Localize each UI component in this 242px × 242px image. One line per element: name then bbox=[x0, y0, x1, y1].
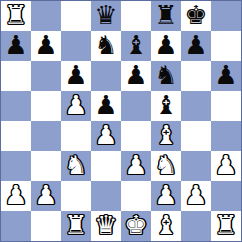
white-bishop[interactable]: ♝ bbox=[154, 212, 177, 238]
square-e3[interactable]: ♟ bbox=[121, 151, 151, 181]
square-a1[interactable] bbox=[1, 211, 31, 241]
square-c3[interactable]: ♞ bbox=[61, 151, 91, 181]
black-knight[interactable]: ♞ bbox=[154, 62, 177, 88]
black-bishop[interactable]: ♝ bbox=[154, 92, 177, 118]
square-h1[interactable]: ♜ bbox=[211, 211, 241, 241]
square-b8[interactable] bbox=[31, 1, 61, 31]
square-g5[interactable] bbox=[181, 91, 211, 121]
square-d4[interactable]: ♟ bbox=[91, 121, 121, 151]
white-bishop[interactable]: ♝ bbox=[154, 122, 177, 148]
black-pawn[interactable]: ♟ bbox=[94, 92, 117, 118]
black-knight[interactable]: ♞ bbox=[94, 32, 117, 58]
square-h3[interactable]: ♟ bbox=[211, 151, 241, 181]
white-pawn[interactable]: ♟ bbox=[154, 182, 177, 208]
square-d6[interactable] bbox=[91, 61, 121, 91]
black-pawn[interactable]: ♟ bbox=[124, 62, 147, 88]
square-e8[interactable] bbox=[121, 1, 151, 31]
black-pawn[interactable]: ♟ bbox=[64, 62, 87, 88]
square-a7[interactable]: ♟ bbox=[1, 31, 31, 61]
white-rook[interactable]: ♜ bbox=[4, 2, 27, 28]
square-b6[interactable] bbox=[31, 61, 61, 91]
square-f2[interactable]: ♟ bbox=[151, 181, 181, 211]
white-pawn[interactable]: ♟ bbox=[34, 182, 57, 208]
white-rook[interactable]: ♜ bbox=[64, 212, 87, 238]
square-g6[interactable] bbox=[181, 61, 211, 91]
white-king[interactable]: ♚ bbox=[124, 212, 147, 238]
square-h5[interactable] bbox=[211, 91, 241, 121]
square-h2[interactable] bbox=[211, 181, 241, 211]
black-pawn[interactable]: ♟ bbox=[154, 32, 177, 58]
square-d2[interactable] bbox=[91, 181, 121, 211]
square-h6[interactable]: ♟ bbox=[211, 61, 241, 91]
square-d5[interactable]: ♟ bbox=[91, 91, 121, 121]
square-g1[interactable] bbox=[181, 211, 211, 241]
square-d7[interactable]: ♞ bbox=[91, 31, 121, 61]
square-d8[interactable]: ♛ bbox=[91, 1, 121, 31]
square-f4[interactable]: ♝ bbox=[151, 121, 181, 151]
square-b2[interactable]: ♟ bbox=[31, 181, 61, 211]
square-b7[interactable]: ♟ bbox=[31, 31, 61, 61]
square-e6[interactable]: ♟ bbox=[121, 61, 151, 91]
black-pawn[interactable]: ♟ bbox=[214, 62, 237, 88]
square-c7[interactable] bbox=[61, 31, 91, 61]
square-g4[interactable] bbox=[181, 121, 211, 151]
square-f5[interactable]: ♝ bbox=[151, 91, 181, 121]
square-d3[interactable] bbox=[91, 151, 121, 181]
square-e7[interactable]: ♝ bbox=[121, 31, 151, 61]
white-pawn[interactable]: ♟ bbox=[4, 182, 27, 208]
square-c1[interactable]: ♜ bbox=[61, 211, 91, 241]
square-c6[interactable]: ♟ bbox=[61, 61, 91, 91]
square-g8[interactable]: ♚ bbox=[181, 1, 211, 31]
square-b5[interactable] bbox=[31, 91, 61, 121]
square-f8[interactable]: ♜ bbox=[151, 1, 181, 31]
square-g3[interactable] bbox=[181, 151, 211, 181]
square-b3[interactable] bbox=[31, 151, 61, 181]
white-queen[interactable]: ♛ bbox=[94, 212, 117, 238]
square-h4[interactable] bbox=[211, 121, 241, 151]
square-a3[interactable] bbox=[1, 151, 31, 181]
square-e5[interactable] bbox=[121, 91, 151, 121]
square-f1[interactable]: ♝ bbox=[151, 211, 181, 241]
square-h8[interactable] bbox=[211, 1, 241, 31]
black-bishop[interactable]: ♝ bbox=[124, 32, 147, 58]
square-f3[interactable]: ♞ bbox=[151, 151, 181, 181]
square-b1[interactable] bbox=[31, 211, 61, 241]
square-e4[interactable] bbox=[121, 121, 151, 151]
square-a5[interactable] bbox=[1, 91, 31, 121]
square-a4[interactable] bbox=[1, 121, 31, 151]
square-f6[interactable]: ♞ bbox=[151, 61, 181, 91]
square-a6[interactable] bbox=[1, 61, 31, 91]
square-d1[interactable]: ♛ bbox=[91, 211, 121, 241]
white-pawn[interactable]: ♟ bbox=[64, 92, 87, 118]
white-pawn[interactable]: ♟ bbox=[214, 152, 237, 178]
white-pawn[interactable]: ♟ bbox=[94, 122, 117, 148]
black-queen[interactable]: ♛ bbox=[94, 2, 117, 28]
white-knight[interactable]: ♞ bbox=[154, 152, 177, 178]
square-c2[interactable] bbox=[61, 181, 91, 211]
white-rook[interactable]: ♜ bbox=[214, 212, 237, 238]
square-c5[interactable]: ♟ bbox=[61, 91, 91, 121]
black-pawn[interactable]: ♟ bbox=[4, 32, 27, 58]
black-rook[interactable]: ♜ bbox=[154, 2, 177, 28]
square-a8[interactable]: ♜ bbox=[1, 1, 31, 31]
square-e1[interactable]: ♚ bbox=[121, 211, 151, 241]
white-knight[interactable]: ♞ bbox=[64, 152, 87, 178]
square-e2[interactable] bbox=[121, 181, 151, 211]
square-c4[interactable] bbox=[61, 121, 91, 151]
black-king[interactable]: ♚ bbox=[184, 2, 207, 28]
square-g2[interactable]: ♟ bbox=[181, 181, 211, 211]
square-c8[interactable] bbox=[61, 1, 91, 31]
square-h7[interactable] bbox=[211, 31, 241, 61]
black-pawn[interactable]: ♟ bbox=[34, 32, 57, 58]
square-a2[interactable]: ♟ bbox=[1, 181, 31, 211]
chess-board: ♜♛♜♚♟♟♞♝♟♟♟♟♞♟♟♟♝♟♝♞♟♞♟♟♟♟♟♜♛♚♝♜ bbox=[0, 0, 242, 242]
black-pawn[interactable]: ♟ bbox=[184, 32, 207, 58]
white-pawn[interactable]: ♟ bbox=[184, 182, 207, 208]
square-g7[interactable]: ♟ bbox=[181, 31, 211, 61]
square-b4[interactable] bbox=[31, 121, 61, 151]
chess-board-container: ♜♛♜♚♟♟♞♝♟♟♟♟♞♟♟♟♝♟♝♞♟♞♟♟♟♟♟♜♛♚♝♜ bbox=[0, 0, 242, 242]
white-pawn[interactable]: ♟ bbox=[124, 152, 147, 178]
square-f7[interactable]: ♟ bbox=[151, 31, 181, 61]
